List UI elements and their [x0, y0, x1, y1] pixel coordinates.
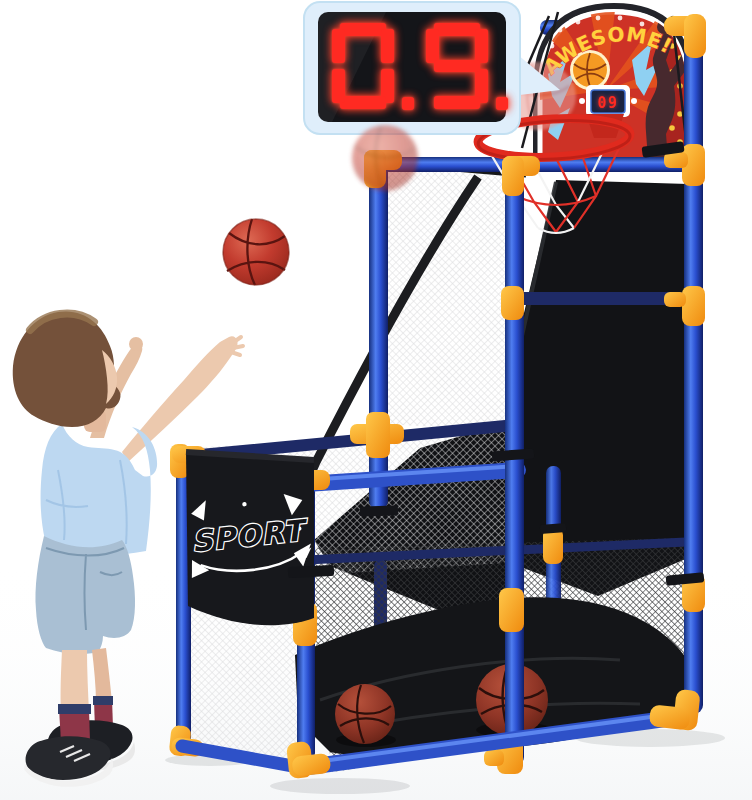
- child-sock-far-band: [93, 696, 113, 705]
- pole-mid: [505, 166, 524, 766]
- mini-scoreboard-value: 09: [597, 94, 618, 112]
- motion-blur-ball-mid: [352, 125, 418, 191]
- ball-in-flight: [223, 219, 289, 285]
- connector-sleeve-mid-lower: [499, 588, 524, 632]
- mid-navy-bar: [518, 292, 688, 305]
- product-photo: AWESOME! 09: [0, 0, 752, 800]
- child-leg-near: [61, 650, 89, 712]
- child-hand-left: [129, 337, 143, 351]
- mini-scoreboard: 09: [579, 85, 637, 117]
- connector-sleeve-mid-upper: [501, 286, 524, 320]
- child-shoe-near: [24, 736, 113, 787]
- scene-canvas: AWESOME! 09: [0, 0, 752, 800]
- child-sock-near-band: [58, 704, 91, 714]
- tray-ball-left: [335, 684, 396, 747]
- sport-panel: SPORT: [184, 452, 314, 625]
